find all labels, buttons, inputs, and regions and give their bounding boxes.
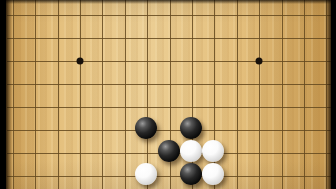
grid-line-vertical (147, 0, 148, 189)
pillarbox-right (331, 0, 336, 189)
grid-line-horizontal (7, 130, 331, 131)
grid-line-vertical (58, 0, 59, 189)
grid-line-vertical (35, 0, 36, 189)
grid-line-vertical (282, 0, 283, 189)
grid-line-horizontal (7, 107, 331, 108)
board-left-edge-shading (6, 0, 12, 189)
grid-line-vertical (125, 0, 126, 189)
grid-line-horizontal (7, 61, 331, 62)
grid-line-horizontal (7, 15, 331, 16)
white-stone[interactable] (180, 140, 202, 162)
grid-line-vertical (237, 0, 238, 189)
star-point (77, 58, 84, 65)
pillarbox-left (0, 0, 6, 189)
grid-line-vertical (259, 0, 260, 189)
board-top-edge-shading (6, 0, 331, 4)
grid-line-vertical (304, 0, 305, 189)
grid-line-horizontal (7, 38, 331, 39)
grid-line-horizontal (7, 176, 331, 177)
grid-line-vertical (102, 0, 103, 189)
video-frame (0, 0, 336, 189)
grid-line-horizontal (7, 84, 331, 85)
black-stone[interactable] (180, 117, 202, 139)
black-stone[interactable] (158, 140, 180, 162)
black-stone[interactable] (180, 163, 202, 185)
star-point (256, 58, 263, 65)
grid-line-vertical (13, 0, 14, 189)
grid-line-vertical (80, 0, 81, 189)
